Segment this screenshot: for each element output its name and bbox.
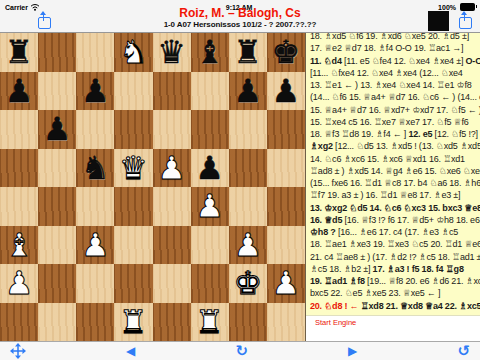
piece-bR: ♜ [5,36,34,68]
notation-line: 18. ♕f3 ♖d8 19. ♗f4 ← ] 12. e5 [12. ♘f5 … [310,128,480,140]
square-b5[interactable] [38,149,76,188]
notation-line: 16. ♕d5 [16. ♕f3 !? f6 17. ♕d5+ ♔h8 18. … [310,214,480,226]
app-screen: Carrier 9:12 AM 100% Roiz, M. – Balogh, … [0,0,480,360]
square-a8[interactable]: ♜ [0,33,38,72]
square-d2[interactable] [114,264,152,303]
square-d3[interactable] [114,226,152,265]
square-a7[interactable]: ♟ [0,72,38,111]
square-b8[interactable] [38,33,76,72]
piece-bQ: ♛ [157,36,186,68]
square-e5[interactable]: ♟ [153,149,191,188]
game-header: Roiz, M. – Balogh, Cs 1-0 A07 Hersonisso… [80,7,400,30]
notation-line: 18. ♗xd5 ♘f6 19. ♗xd6 ♘xe5 20. ♗d5 ±] [310,33,480,42]
engine-output-area: Start Engine [306,315,480,341]
piece-bK: ♚ [272,36,301,68]
notation-line: 20. ♘d8 ! ← ♖xd8 21. ♕xd8 ♕a4 22. ♗xc5 [310,300,480,312]
piece-bR: ♜ [233,36,262,68]
square-c1[interactable] [76,303,114,342]
square-a4[interactable] [0,187,38,226]
piece-wB: ♝ [5,229,34,261]
flip-board-button[interactable]: ↻ [235,344,248,359]
game-info: 1-0 A07 Hersonissos 101/2 - ? 2007.??.?? [80,20,400,30]
square-h7[interactable]: ♟ [267,72,305,111]
square-h3[interactable] [267,226,305,265]
square-e4[interactable] [153,187,191,226]
piece-wP: ♟ [5,267,34,299]
piece-bP: ♟ [195,152,224,184]
notation-line: ♗xg2 [12... ♘d5 13. ♗xd5 ! (13. ♘xd5 ♗xd… [310,140,480,152]
square-e6[interactable] [153,110,191,149]
square-b2[interactable] [38,264,76,303]
square-g7[interactable]: ♟ [229,72,267,111]
piece-bP: ♟ [272,75,301,107]
square-c7[interactable]: ♟ [76,72,114,111]
piece-bP: ♟ [81,75,110,107]
piece-wQ: ♛ [119,152,148,184]
main-content: ♜♞♛♝♜♚♟♟♟♟♟♞♛♟♟♟♝♟♟♟♚♟♜♜ 18. ♗xd5 ♘f6 19… [0,33,480,341]
square-d6[interactable] [114,110,152,149]
square-f4[interactable]: ♟ [191,187,229,226]
next-move-button[interactable]: ▶ [348,345,357,357]
square-a3[interactable]: ♝ [0,226,38,265]
square-f3[interactable] [191,226,229,265]
square-g6[interactable] [229,110,267,149]
square-a5[interactable] [0,149,38,188]
square-g1[interactable] [229,303,267,342]
square-c5[interactable]: ♞ [76,149,114,188]
square-e2[interactable] [153,264,191,303]
square-h6[interactable] [267,110,305,149]
square-b4[interactable] [38,187,76,226]
square-h5[interactable] [267,149,305,188]
piece-wN: ♞ [119,36,148,68]
notation-line: 17. ♕e2 ♕d7 18. ♗f4 O-O 19. ♖ac1 →] [310,42,480,54]
previous-move-button[interactable]: ◀ [126,345,135,357]
square-e1[interactable] [153,303,191,342]
piece-wR: ♜ [195,306,224,338]
square-b1[interactable] [38,303,76,342]
notation-line: 18. ♖ae1 ♗xe3 19. ♖xe3 ♘c5 20. ♖d1 ♕e6 [310,238,480,250]
players-title: Roiz, M. – Balogh, Cs [80,7,400,20]
square-c4[interactable] [76,187,114,226]
square-h8[interactable]: ♚ [267,33,305,72]
square-a6[interactable] [0,110,38,149]
square-c6[interactable] [76,110,114,149]
notation-line: ♔h8 ? [16... ♗e6 17. c4 (17. ♗e3 ♗c5 [310,226,480,238]
square-f7[interactable] [191,72,229,111]
square-d7[interactable] [114,72,152,111]
notation-line: ♖f7 19. a3 ± ) 16. ♖d1 ♕e8 17. ♗e3 ±] [310,189,480,201]
piece-bP: ♟ [5,75,34,107]
notation-panel: 18. ♗xd5 ♘f6 19. ♗xd6 ♘xe5 20. ♗d5 ±]17.… [305,33,480,341]
notation-line: 14. ♘c6 ♗xc6 15. ♗xc6 ♕xd1 16. ♖xd1 [310,153,480,165]
header: Carrier 9:12 AM 100% Roiz, M. – Balogh, … [0,0,480,33]
notation-line: 19. ♖ad1 ♗f8 [19... ♕f8 20. e6 ♗d6 21. ♗… [310,275,480,287]
dpad-move-icon[interactable] [10,343,26,359]
battery-label: 100% [438,4,456,11]
square-g3[interactable]: ♟ [229,226,267,265]
piece-bN: ♞ [81,152,110,184]
square-c3[interactable]: ♟ [76,226,114,265]
notation-line: 15. ♖xe4 c5 16. ♖xe7 ♕xe7 17. ♘f5 ♕f6 [310,116,480,128]
square-g8[interactable]: ♜ [229,33,267,72]
piece-wP: ♟ [81,229,110,261]
wifi-icon [30,3,40,11]
notation-line: bxc5 22. ♘e5 ♗xe5 23. ♕xe5 ← ] [310,287,480,299]
side-to-move-indicator [428,11,449,31]
export-icon[interactable] [459,17,472,29]
notation-line: ♖ad8 ± ) ♗xd5 14. ♕g4 ♗e6 15. ♘xe6 ♘xe6 [310,165,480,177]
bottom-toolbar: ◀ ↻ ▶ ↺ [0,341,480,360]
piece-bP: ♟ [233,75,262,107]
square-h2[interactable]: ♟ [267,264,305,303]
square-e7[interactable] [153,72,191,111]
square-d1[interactable]: ♜ [114,303,152,342]
square-b6[interactable]: ♟ [38,110,76,149]
square-f5[interactable]: ♟ [191,149,229,188]
square-e8[interactable]: ♛ [153,33,191,72]
piece-bP: ♟ [43,113,72,145]
start-engine-button[interactable]: Start Engine [306,316,361,328]
square-f6[interactable] [191,110,229,149]
square-h1[interactable] [267,303,305,342]
square-f8[interactable]: ♝ [191,33,229,72]
square-g5[interactable] [229,149,267,188]
notation-line: 13. ♖e1 ← ) 13. ♗xe4 ♘xe4 14. ♖e1 ♔f8 [310,79,480,91]
notation-line: ♗c5 18. ♗b2 ±] 17. ♗a3 ! f5 18. f4 ♖g8 [310,263,480,275]
piece-wP: ♟ [157,152,186,184]
carrier-label: Carrier [5,4,28,11]
notation-line: 13. ♔xg2 ♘d5 14. ♘c6 ♘xc3 15. bxc3 ♕e8 [310,202,480,214]
square-f1[interactable]: ♜ [191,303,229,342]
square-g2[interactable]: ♚ [229,264,267,303]
notation-line: 21. c4 ♖ae8 ± ) (17. ♗d2 !? ♗c5 18. ♖ad1… [310,251,480,263]
piece-wP: ♟ [233,229,262,261]
piece-wP: ♟ [272,267,301,299]
notation-lines[interactable]: 18. ♗xd5 ♘f6 19. ♗xd6 ♘xe5 20. ♗d5 ±]17.… [306,33,480,315]
share-icon[interactable] [38,17,51,29]
chess-board[interactable]: ♜♞♛♝♜♚♟♟♟♟♟♞♛♟♟♟♝♟♟♟♚♟♜♜ [0,33,305,341]
notation-line: [11... ♘fxe4 12. ♘xe4 ♗xe4 (12... ♘xe4 [310,67,480,79]
square-g4[interactable] [229,187,267,226]
square-h4[interactable] [267,187,305,226]
notation-line: (15... fxe6 16. ♖d1 ♕c8 17. b4 ♘a6 18. ♗… [310,177,480,189]
notation-line: (14... ♘f6 15. ♕a4+ ♕d7 16. ♘c6 ← ) (14.… [310,91,480,103]
piece-wR: ♜ [119,306,148,338]
square-d4[interactable] [114,187,152,226]
square-f2[interactable] [191,264,229,303]
square-b3[interactable] [38,226,76,265]
undo-icon[interactable]: ↺ [457,344,470,359]
piece-wK: ♚ [233,267,262,299]
square-a2[interactable]: ♟ [0,264,38,303]
square-c2[interactable] [76,264,114,303]
square-a1[interactable] [0,303,38,342]
square-b7[interactable] [38,72,76,111]
square-d8[interactable]: ♞ [114,33,152,72]
square-c8[interactable] [76,33,114,72]
square-e3[interactable] [153,226,191,265]
piece-wP: ♟ [195,190,224,222]
piece-bB: ♝ [195,36,224,68]
notation-line: 15. ♕a4+ ♕d7 16. ♕xd7+ ♔xd7 17. ♘f5 ← ) [310,104,480,116]
notation-line: 11. ♘d4 [11. e5 ♘fe4 12. ♘xe4 ♗xe4 ±] O-… [310,55,480,67]
square-d5[interactable]: ♛ [114,149,152,188]
